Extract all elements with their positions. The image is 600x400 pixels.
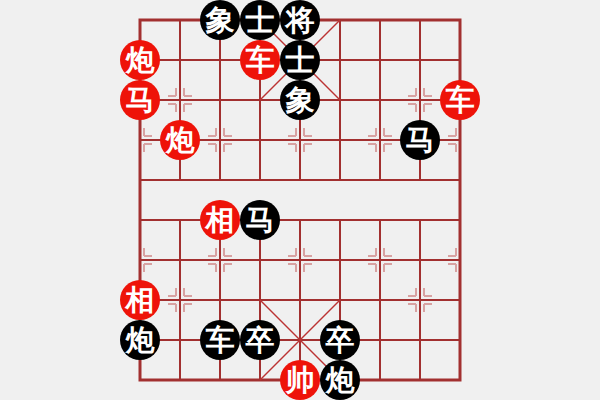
piece-black-advisor[interactable]: 士 (240, 0, 280, 40)
piece-black-cannon[interactable]: 炮 (120, 320, 160, 360)
piece-black-soldier[interactable]: 卒 (320, 320, 360, 360)
piece-black-general[interactable]: 将 (280, 0, 320, 40)
piece-black-elephant[interactable]: 象 (280, 80, 320, 120)
piece-red-chariot[interactable]: 车 (240, 40, 280, 80)
piece-black-chariot[interactable]: 车 (200, 320, 240, 360)
piece-black-soldier[interactable]: 卒 (240, 320, 280, 360)
piece-red-chariot[interactable]: 车 (440, 80, 480, 120)
piece-red-cannon[interactable]: 炮 (160, 120, 200, 160)
piece-black-elephant[interactable]: 象 (200, 0, 240, 40)
piece-red-elephant[interactable]: 相 (200, 200, 240, 240)
piece-black-horse[interactable]: 马 (240, 200, 280, 240)
piece-black-cannon[interactable]: 炮 (320, 360, 360, 400)
xiangqi-diagram: 象士将炮车士马象车炮马相马相炮车卒卒帅炮 (0, 0, 600, 400)
piece-black-horse[interactable]: 马 (400, 120, 440, 160)
piece-layer: 象士将炮车士马象车炮马相马相炮车卒卒帅炮 (120, 0, 480, 400)
piece-red-horse[interactable]: 马 (120, 80, 160, 120)
piece-red-elephant[interactable]: 相 (120, 280, 160, 320)
piece-red-cannon[interactable]: 炮 (120, 40, 160, 80)
piece-red-general[interactable]: 帅 (280, 360, 320, 400)
piece-black-advisor[interactable]: 士 (280, 40, 320, 80)
